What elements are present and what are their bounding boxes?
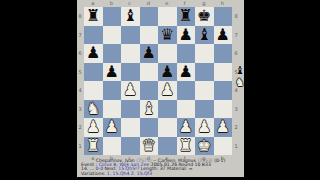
material-black-bishop-icon: ♝: [235, 65, 245, 76]
square-f6[interactable]: [177, 44, 196, 63]
square-f4[interactable]: [177, 81, 196, 100]
chessbase-panel: abcdefgh abcdefgh 87654321 87654321 ♜♝♜♚…: [77, 0, 244, 177]
square-d1[interactable]: ♛: [140, 137, 159, 156]
rank-label-1: 1: [79, 144, 82, 149]
square-g3[interactable]: [195, 100, 214, 119]
piece-white-pawn: ♟: [160, 81, 174, 100]
piece-white-rook: ♜: [179, 137, 193, 156]
piece-black-pawn: ♟: [142, 44, 156, 63]
square-g5[interactable]: [195, 63, 214, 82]
square-e3[interactable]: [158, 100, 177, 119]
square-d3[interactable]: ♝: [140, 100, 159, 119]
square-d2[interactable]: [140, 118, 159, 137]
game-caption: Cheparinov, Ivan (2575) -- Carlsen, Magn…: [77, 159, 244, 176]
square-c1[interactable]: [121, 137, 140, 156]
square-h6[interactable]: [214, 44, 233, 63]
square-f8[interactable]: ♜: [177, 7, 196, 26]
rank-label-3: 3: [235, 107, 238, 112]
square-c7[interactable]: [121, 26, 140, 45]
square-a2[interactable]: ♟: [84, 118, 103, 137]
piece-black-bishop: ♝: [197, 26, 211, 45]
square-f1[interactable]: ♜: [177, 137, 196, 156]
square-d5[interactable]: [140, 63, 159, 82]
caption-segment: Variations:: [81, 171, 107, 176]
square-a4[interactable]: [84, 81, 103, 100]
file-label-a-top: a: [91, 1, 94, 6]
piece-white-queen: ♛: [142, 137, 156, 156]
file-label-e-top: e: [165, 1, 168, 6]
square-b1[interactable]: [103, 137, 122, 156]
file-label-c-top: c: [128, 1, 131, 6]
rank-label-1: 1: [235, 144, 238, 149]
square-a7[interactable]: [84, 26, 103, 45]
piece-white-pawn: ♟: [179, 118, 193, 137]
piece-black-queen: ♛: [160, 26, 174, 45]
piece-white-pawn: ♟: [123, 81, 137, 100]
file-label-b-top: b: [110, 1, 113, 6]
square-e2[interactable]: [158, 118, 177, 137]
piece-black-pawn: ♟: [179, 63, 193, 82]
square-e4[interactable]: ♟: [158, 81, 177, 100]
square-c2[interactable]: [121, 118, 140, 137]
square-e6[interactable]: [158, 44, 177, 63]
file-label-d-top: d: [147, 1, 150, 6]
caption-segment: (0-1): [213, 158, 226, 163]
square-d6[interactable]: ♟: [140, 44, 159, 63]
file-label-g-top: g: [202, 1, 205, 6]
piece-black-pawn: ♟: [216, 26, 230, 45]
piece-white-pawn: ♟: [105, 118, 119, 137]
piece-black-pawn: ♟: [160, 63, 174, 82]
square-f5[interactable]: ♟: [177, 63, 196, 82]
square-d8[interactable]: [140, 7, 159, 26]
square-h3[interactable]: [214, 100, 233, 119]
rank-label-6: 6: [235, 51, 238, 56]
material-white-knight-icon: ♞: [235, 77, 245, 88]
caption-variations-line: Variations: 1. 15.Qh4 2. 15.Qf3: [77, 172, 244, 176]
caption-segment: 1. 15.Qh4: [107, 171, 130, 176]
piece-white-pawn: ♟: [197, 118, 211, 137]
piece-black-rook: ♜: [86, 7, 100, 26]
square-d4[interactable]: [140, 81, 159, 100]
rank-label-5: 5: [79, 70, 82, 75]
square-b5[interactable]: ♟: [103, 63, 122, 82]
square-f3[interactable]: [177, 100, 196, 119]
chess-board: ♜♝♜♚♛♟♝♟♟♟♟♟♟♟♟♞♝♟♟♟♟♟♜♛♜♚: [84, 7, 232, 155]
rank-label-4: 4: [79, 88, 82, 93]
square-h4[interactable]: [214, 81, 233, 100]
file-label-h-top: h: [221, 1, 224, 6]
piece-white-pawn: ♟: [216, 118, 230, 137]
square-h7[interactable]: ♟: [214, 26, 233, 45]
piece-white-knight: ♞: [86, 100, 100, 119]
rank-label-8: 8: [235, 14, 238, 19]
square-b6[interactable]: [103, 44, 122, 63]
square-b4[interactable]: [103, 81, 122, 100]
square-g7[interactable]: ♝: [195, 26, 214, 45]
square-g4[interactable]: [195, 81, 214, 100]
piece-black-rook: ♜: [179, 7, 193, 26]
square-b2[interactable]: ♟: [103, 118, 122, 137]
square-a3[interactable]: ♞: [84, 100, 103, 119]
square-a5[interactable]: [84, 63, 103, 82]
rank-label-8: 8: [79, 14, 82, 19]
square-h2[interactable]: ♟: [214, 118, 233, 137]
rank-label-6: 6: [79, 51, 82, 56]
piece-white-bishop: ♝: [142, 100, 156, 119]
square-d7[interactable]: [140, 26, 159, 45]
rank-label-7: 7: [235, 33, 238, 38]
square-g8[interactable]: ♚: [195, 7, 214, 26]
file-label-f-top: f: [184, 1, 186, 6]
rank-label-2: 2: [235, 125, 238, 130]
rank-label-2: 2: [79, 125, 82, 130]
piece-white-rook: ♜: [86, 137, 100, 156]
piece-white-king: ♚: [197, 137, 211, 156]
square-h1[interactable]: [214, 137, 233, 156]
square-b3[interactable]: [103, 100, 122, 119]
piece-black-pawn: ♟: [86, 44, 100, 63]
piece-black-bishop: ♝: [123, 7, 137, 26]
piece-black-pawn: ♟: [179, 26, 193, 45]
piece-black-pawn: ♟: [105, 63, 119, 82]
square-h8[interactable]: [214, 7, 233, 26]
square-e5[interactable]: ♟: [158, 63, 177, 82]
square-a8[interactable]: ♜: [84, 7, 103, 26]
square-g2[interactable]: ♟: [195, 118, 214, 137]
square-h5[interactable]: [214, 63, 233, 82]
square-b8[interactable]: [103, 7, 122, 26]
square-e1[interactable]: [158, 137, 177, 156]
square-c6[interactable]: [121, 44, 140, 63]
square-g1[interactable]: ♚: [195, 137, 214, 156]
piece-white-pawn: ♟: [86, 118, 100, 137]
square-c3[interactable]: [121, 100, 140, 119]
square-f7[interactable]: ♟: [177, 26, 196, 45]
square-a1[interactable]: ♜: [84, 137, 103, 156]
caption-segment: 2. 15.Qf3: [131, 171, 152, 176]
square-e7[interactable]: ♛: [158, 26, 177, 45]
rank-label-7: 7: [79, 33, 82, 38]
square-e8[interactable]: [158, 7, 177, 26]
square-b7[interactable]: [103, 26, 122, 45]
rank-label-3: 3: [79, 107, 82, 112]
square-f2[interactable]: ♟: [177, 118, 196, 137]
video-frame: abcdefgh abcdefgh 87654321 87654321 ♜♝♜♚…: [0, 0, 320, 180]
square-a6[interactable]: ♟: [84, 44, 103, 63]
square-g6[interactable]: [195, 44, 214, 63]
square-c5[interactable]: [121, 63, 140, 82]
square-c8[interactable]: ♝: [121, 7, 140, 26]
square-c4[interactable]: ♟: [121, 81, 140, 100]
piece-black-king: ♚: [197, 7, 211, 26]
